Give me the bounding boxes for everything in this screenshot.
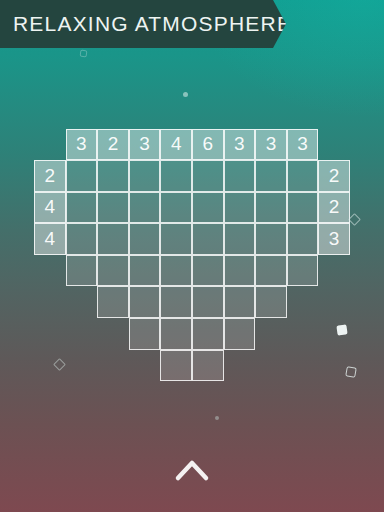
grid-cell[interactable] — [224, 160, 256, 192]
grid-cell[interactable] — [97, 255, 129, 287]
grid-cell[interactable] — [66, 223, 98, 255]
grid-cell[interactable] — [192, 160, 224, 192]
particle-square-outline — [345, 366, 357, 378]
grid-cell[interactable] — [129, 192, 161, 224]
clue-cell: 4 — [160, 129, 192, 161]
grid-cell[interactable] — [287, 160, 319, 192]
grid-cell[interactable] — [66, 255, 98, 287]
clue-cell: 6 — [192, 129, 224, 161]
clue-cell: 2 — [34, 160, 66, 192]
particle-square-outline — [80, 50, 88, 58]
grid-cell[interactable] — [255, 223, 287, 255]
grid-cell[interactable] — [192, 255, 224, 287]
clue-cell: 2 — [318, 160, 350, 192]
grid-cell[interactable] — [97, 192, 129, 224]
grid-cell[interactable] — [66, 160, 98, 192]
grid-cell[interactable] — [129, 160, 161, 192]
clue-cell: 3 — [224, 129, 256, 161]
grid-cell[interactable] — [287, 223, 319, 255]
clue-cell: 3 — [287, 129, 319, 161]
grid-cell[interactable] — [129, 223, 161, 255]
grid-cell[interactable] — [129, 318, 161, 350]
clue-cell: 4 — [34, 223, 66, 255]
particle-dot — [183, 92, 188, 97]
grid-cell[interactable] — [255, 286, 287, 318]
grid-cell[interactable] — [255, 255, 287, 287]
grid-cell[interactable] — [224, 223, 256, 255]
grid-cell[interactable] — [129, 286, 161, 318]
grid-cell[interactable] — [160, 160, 192, 192]
grid-cell[interactable] — [160, 255, 192, 287]
grid-cell[interactable] — [66, 192, 98, 224]
grid-cell[interactable] — [192, 350, 224, 382]
grid-cell[interactable] — [192, 223, 224, 255]
chevron-up-icon — [170, 456, 214, 486]
grid-cell[interactable] — [97, 223, 129, 255]
particle-square-filled — [336, 324, 347, 335]
clue-cell: 2 — [318, 192, 350, 224]
level-banner: RELAXING ATMOSPHERE — [0, 0, 286, 48]
grid-cell[interactable] — [160, 318, 192, 350]
clue-cell: 3 — [255, 129, 287, 161]
grid-cell[interactable] — [97, 286, 129, 318]
clue-cell: 3 — [129, 129, 161, 161]
open-menu-button[interactable] — [170, 456, 214, 486]
grid-cell[interactable] — [224, 318, 256, 350]
clue-cell: 2 — [97, 129, 129, 161]
grid-cell[interactable] — [224, 192, 256, 224]
grid-cell[interactable] — [160, 350, 192, 382]
particle-diamond-outline — [348, 213, 361, 226]
grid-cell[interactable] — [192, 318, 224, 350]
grid-cell[interactable] — [160, 223, 192, 255]
grid-cell[interactable] — [255, 192, 287, 224]
grid-cell[interactable] — [287, 192, 319, 224]
grid-cell[interactable] — [287, 255, 319, 287]
grid-cell[interactable] — [160, 286, 192, 318]
level-title: RELAXING ATMOSPHERE — [13, 12, 292, 36]
grid-cell[interactable] — [224, 286, 256, 318]
clue-cell: 3 — [318, 223, 350, 255]
grid-cell[interactable] — [97, 160, 129, 192]
grid-cell[interactable] — [129, 255, 161, 287]
grid-cell[interactable] — [160, 192, 192, 224]
particle-dot — [215, 416, 219, 420]
clue-cell: 3 — [66, 129, 98, 161]
grid-cell[interactable] — [192, 192, 224, 224]
game-screen: RELAXING ATMOSPHERE 32346333224243 — [0, 0, 384, 512]
puzzle-board: 32346333224243 — [34, 129, 350, 382]
clue-cell: 4 — [34, 192, 66, 224]
grid-cell[interactable] — [224, 255, 256, 287]
grid-cell[interactable] — [192, 286, 224, 318]
grid-cell[interactable] — [255, 160, 287, 192]
